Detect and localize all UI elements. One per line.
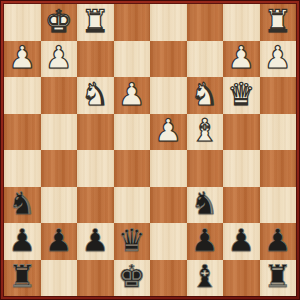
square-b4[interactable] (223, 114, 260, 151)
square-c7[interactable]: ♟ (187, 223, 224, 260)
square-b2[interactable]: ♟ (223, 41, 260, 78)
square-d4[interactable]: ♟ (150, 114, 187, 151)
square-b7[interactable]: ♟ (223, 223, 260, 260)
white-knight-piece[interactable]: ♞ (191, 79, 219, 110)
square-e8[interactable]: ♚ (114, 260, 151, 297)
square-e1[interactable] (114, 4, 151, 41)
white-rook-piece[interactable]: ♜ (81, 6, 109, 37)
square-c2[interactable] (187, 41, 224, 78)
black-pawn-piece[interactable]: ♟ (227, 225, 255, 256)
square-d7[interactable] (150, 223, 187, 260)
black-queen-piece[interactable]: ♛ (118, 225, 146, 256)
square-d6[interactable] (150, 187, 187, 224)
square-f6[interactable] (77, 187, 114, 224)
white-pawn-piece[interactable]: ♟ (118, 79, 146, 110)
square-b5[interactable] (223, 150, 260, 187)
black-pawn-piece[interactable]: ♟ (191, 225, 219, 256)
square-h4[interactable] (4, 114, 41, 151)
square-b8[interactable] (223, 260, 260, 297)
square-a3[interactable] (260, 77, 297, 114)
square-e7[interactable]: ♛ (114, 223, 151, 260)
square-e6[interactable] (114, 187, 151, 224)
white-pawn-piece[interactable]: ♟ (227, 42, 255, 73)
square-h8[interactable]: ♜ (4, 260, 41, 297)
white-rook-piece[interactable]: ♜ (264, 6, 292, 37)
white-knight-piece[interactable]: ♞ (81, 79, 109, 110)
white-pawn-piece[interactable]: ♟ (264, 42, 292, 73)
square-g5[interactable] (41, 150, 78, 187)
white-king-piece[interactable]: ♚ (45, 6, 73, 37)
square-e4[interactable] (114, 114, 151, 151)
square-a1[interactable]: ♜ (260, 4, 297, 41)
square-f8[interactable] (77, 260, 114, 297)
square-g1[interactable]: ♚ (41, 4, 78, 41)
square-c1[interactable] (187, 4, 224, 41)
square-e3[interactable]: ♟ (114, 77, 151, 114)
square-e5[interactable] (114, 150, 151, 187)
square-c3[interactable]: ♞ (187, 77, 224, 114)
square-g6[interactable] (41, 187, 78, 224)
black-pawn-piece[interactable]: ♟ (45, 225, 73, 256)
black-rook-piece[interactable]: ♜ (8, 261, 36, 292)
white-pawn-piece[interactable]: ♟ (8, 42, 36, 73)
square-f1[interactable]: ♜ (77, 4, 114, 41)
square-g7[interactable]: ♟ (41, 223, 78, 260)
black-bishop-piece[interactable]: ♝ (191, 261, 219, 292)
square-f5[interactable] (77, 150, 114, 187)
black-king-piece[interactable]: ♚ (118, 261, 146, 292)
square-b3[interactable]: ♛ (223, 77, 260, 114)
square-h6[interactable]: ♞ (4, 187, 41, 224)
square-h1[interactable] (4, 4, 41, 41)
square-d5[interactable] (150, 150, 187, 187)
square-g2[interactable]: ♟ (41, 41, 78, 78)
black-knight-piece[interactable]: ♞ (191, 188, 219, 219)
square-c6[interactable]: ♞ (187, 187, 224, 224)
square-d8[interactable] (150, 260, 187, 297)
square-c5[interactable] (187, 150, 224, 187)
square-d3[interactable] (150, 77, 187, 114)
square-f7[interactable]: ♟ (77, 223, 114, 260)
square-c4[interactable]: ♝ (187, 114, 224, 151)
chess-board: ♚♜♜♟♟♟♟♞♟♞♛♟♝♞♞♟♟♟♛♟♟♟♜♚♝♜ (4, 4, 296, 296)
square-d1[interactable] (150, 4, 187, 41)
square-g4[interactable] (41, 114, 78, 151)
square-f4[interactable] (77, 114, 114, 151)
square-a4[interactable] (260, 114, 297, 151)
square-h7[interactable]: ♟ (4, 223, 41, 260)
white-pawn-piece[interactable]: ♟ (45, 42, 73, 73)
square-h2[interactable]: ♟ (4, 41, 41, 78)
square-c8[interactable]: ♝ (187, 260, 224, 297)
square-h3[interactable] (4, 77, 41, 114)
square-b6[interactable] (223, 187, 260, 224)
white-pawn-piece[interactable]: ♟ (154, 115, 182, 146)
black-pawn-piece[interactable]: ♟ (8, 225, 36, 256)
square-h5[interactable] (4, 150, 41, 187)
square-f3[interactable]: ♞ (77, 77, 114, 114)
square-a2[interactable]: ♟ (260, 41, 297, 78)
square-a6[interactable] (260, 187, 297, 224)
square-a5[interactable] (260, 150, 297, 187)
black-pawn-piece[interactable]: ♟ (264, 225, 292, 256)
chess-board-frame: ♚♜♜♟♟♟♟♞♟♞♛♟♝♞♞♟♟♟♛♟♟♟♜♚♝♜ (0, 0, 300, 300)
square-g8[interactable] (41, 260, 78, 297)
white-bishop-piece[interactable]: ♝ (191, 115, 219, 146)
square-b1[interactable] (223, 4, 260, 41)
white-queen-piece[interactable]: ♛ (227, 79, 255, 110)
black-pawn-piece[interactable]: ♟ (81, 225, 109, 256)
square-a7[interactable]: ♟ (260, 223, 297, 260)
black-rook-piece[interactable]: ♜ (264, 261, 292, 292)
square-e2[interactable] (114, 41, 151, 78)
square-a8[interactable]: ♜ (260, 260, 297, 297)
square-f2[interactable] (77, 41, 114, 78)
square-d2[interactable] (150, 41, 187, 78)
square-g3[interactable] (41, 77, 78, 114)
black-knight-piece[interactable]: ♞ (8, 188, 36, 219)
